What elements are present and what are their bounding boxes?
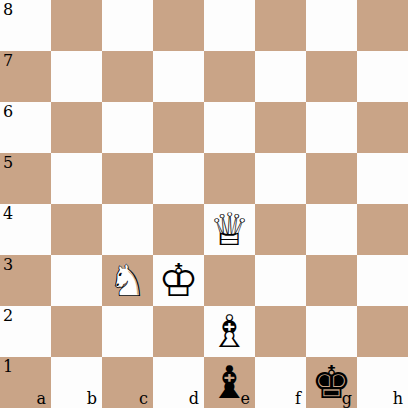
square-a7[interactable]: 7 [0,51,51,102]
square-a2[interactable]: 2 [0,306,51,357]
square-a8[interactable]: 8 [0,0,51,51]
square-b4[interactable] [51,204,102,255]
square-h4[interactable] [357,204,408,255]
white-piece-outline-glyph: ♗ [204,306,255,357]
square-f8[interactable] [255,0,306,51]
square-b5[interactable] [51,153,102,204]
square-f4[interactable] [255,204,306,255]
square-a4[interactable]: 4 [0,204,51,255]
black-bishop-piece[interactable]: ♝ [204,357,255,408]
square-c7[interactable] [102,51,153,102]
chess-board-wrap: 87654♛♕3♞♘♚♔2♝♗1abcde♝fg♚h [0,0,408,408]
chess-board: 87654♛♕3♞♘♚♔2♝♗1abcde♝fg♚h [0,0,408,408]
square-e1[interactable]: e♝ [204,357,255,408]
square-e3[interactable] [204,255,255,306]
square-d4[interactable] [153,204,204,255]
rank-label-4: 4 [3,206,13,222]
square-f2[interactable] [255,306,306,357]
square-e2[interactable]: ♝♗ [204,306,255,357]
square-g2[interactable] [306,306,357,357]
rank-label-3: 3 [3,257,13,273]
square-g3[interactable] [306,255,357,306]
rank-label-7: 7 [3,53,13,69]
square-c1[interactable]: c [102,357,153,408]
square-b3[interactable] [51,255,102,306]
black-piece-glyph: ♚ [306,357,357,408]
square-d7[interactable] [153,51,204,102]
square-b6[interactable] [51,102,102,153]
white-piece-outline-glyph: ♕ [204,204,255,255]
square-b7[interactable] [51,51,102,102]
rank-label-8: 8 [3,2,13,18]
square-a6[interactable]: 6 [0,102,51,153]
black-piece-glyph: ♝ [204,357,255,408]
square-c2[interactable] [102,306,153,357]
square-d8[interactable] [153,0,204,51]
rank-label-5: 5 [3,155,13,171]
file-label-c: c [139,391,148,407]
square-d1[interactable]: d [153,357,204,408]
square-d3[interactable]: ♚♔ [153,255,204,306]
square-g8[interactable] [306,0,357,51]
square-d6[interactable] [153,102,204,153]
square-f3[interactable] [255,255,306,306]
square-e8[interactable] [204,0,255,51]
square-b2[interactable] [51,306,102,357]
square-h5[interactable] [357,153,408,204]
square-e7[interactable] [204,51,255,102]
square-f6[interactable] [255,102,306,153]
square-c3[interactable]: ♞♘ [102,255,153,306]
white-piece-outline-glyph: ♔ [153,255,204,306]
rank-label-1: 1 [3,359,13,375]
square-e6[interactable] [204,102,255,153]
white-bishop-piece[interactable]: ♝♗ [204,306,255,357]
file-label-f: f [295,391,301,407]
square-e5[interactable] [204,153,255,204]
square-b1[interactable]: b [51,357,102,408]
square-f7[interactable] [255,51,306,102]
square-g1[interactable]: g♚ [306,357,357,408]
square-d2[interactable] [153,306,204,357]
square-g6[interactable] [306,102,357,153]
square-g7[interactable] [306,51,357,102]
black-king-piece[interactable]: ♚ [306,357,357,408]
square-f5[interactable] [255,153,306,204]
square-e4[interactable]: ♛♕ [204,204,255,255]
square-c4[interactable] [102,204,153,255]
square-a1[interactable]: 1a [0,357,51,408]
white-queen-piece[interactable]: ♛♕ [204,204,255,255]
square-c8[interactable] [102,0,153,51]
square-c5[interactable] [102,153,153,204]
rank-label-2: 2 [3,308,13,324]
square-a3[interactable]: 3 [0,255,51,306]
square-h1[interactable]: h [357,357,408,408]
square-a5[interactable]: 5 [0,153,51,204]
white-piece-outline-glyph: ♘ [102,255,153,306]
file-label-b: b [87,391,97,407]
square-f1[interactable]: f [255,357,306,408]
square-b8[interactable] [51,0,102,51]
file-label-d: d [189,391,199,407]
square-g4[interactable] [306,204,357,255]
square-h6[interactable] [357,102,408,153]
square-d5[interactable] [153,153,204,204]
file-label-a: a [36,391,46,407]
white-king-piece[interactable]: ♚♔ [153,255,204,306]
square-g5[interactable] [306,153,357,204]
file-label-h: h [393,391,403,407]
square-h2[interactable] [357,306,408,357]
square-h7[interactable] [357,51,408,102]
rank-label-6: 6 [3,104,13,120]
white-knight-piece[interactable]: ♞♘ [102,255,153,306]
square-c6[interactable] [102,102,153,153]
square-h8[interactable] [357,0,408,51]
square-h3[interactable] [357,255,408,306]
